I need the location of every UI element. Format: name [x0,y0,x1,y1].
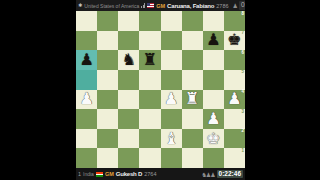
square-e1[interactable] [161,148,182,168]
square-g5[interactable] [203,70,224,90]
board-number: 1 [78,171,81,177]
square-g3[interactable]: ♟ [203,109,224,129]
bottom-player-bar: 1 India GM Gukesh D 2764 ♞♟♟ 0:22:46 [76,168,245,180]
square-e4[interactable]: ♟ [161,90,182,110]
rank-label: 2 [241,129,244,134]
square-e5[interactable] [161,70,182,90]
square-h8[interactable]: 8 [224,11,245,31]
square-a6[interactable]: ♟ [76,50,97,70]
square-c3[interactable] [118,109,139,129]
square-c4[interactable] [118,90,139,110]
bottom-material-icons: ♞♟♟ [201,171,214,178]
white-pawn: ♟ [227,91,241,107]
square-g1[interactable] [203,148,224,168]
square-d7[interactable] [139,31,160,51]
black-pawn: ♟ [79,52,93,68]
rank-label: 7 [241,31,244,36]
square-b6[interactable] [97,50,118,70]
square-h7[interactable]: ♚7 [224,31,245,51]
square-a5[interactable] [76,70,97,90]
rank-label: 1 [241,149,244,154]
white-king: ♚ [206,130,220,146]
square-b4[interactable] [97,90,118,110]
bottom-title-badge: GM [105,171,114,177]
white-rook: ♜ [185,91,199,107]
square-e6[interactable] [161,50,182,70]
square-h1[interactable]: 1 [224,148,245,168]
top-player-bar: ✱ United States of America GM Caruana, F… [76,0,245,11]
top-federation-label: United States of America [84,3,139,9]
square-e8[interactable] [161,11,182,31]
bottom-clock: 0:22:46 [217,170,243,179]
square-c1[interactable] [118,148,139,168]
rank-label: 6 [241,51,244,56]
top-clock: 0:30:06 [239,1,245,10]
top-material-icons: ♟ [233,2,237,9]
square-f6[interactable] [182,50,203,70]
square-a7[interactable] [76,31,97,51]
bottom-federation-label: India [83,171,94,177]
black-knight: ♞ [122,52,136,68]
broadcast-stage: ✱ United States of America GM Caruana, F… [0,0,320,180]
square-h3[interactable]: 3 [224,109,245,129]
chess-board[interactable]: 8♟♚7♟♞♜65♟♟♜♟4♟3♝♚21 [76,11,245,168]
square-f5[interactable] [182,70,203,90]
square-g7[interactable]: ♟ [203,31,224,51]
white-pawn: ♟ [206,110,220,126]
square-b5[interactable] [97,70,118,90]
square-b3[interactable] [97,109,118,129]
square-d2[interactable] [139,129,160,149]
square-b7[interactable] [97,31,118,51]
square-e7[interactable] [161,31,182,51]
broadcast-icon: ✱ [78,3,82,8]
rank-label: 4 [241,90,244,95]
square-c7[interactable] [118,31,139,51]
square-d4[interactable] [139,90,160,110]
square-g6[interactable] [203,50,224,70]
us-flag-icon [147,3,154,8]
top-player-name: Caruana, Fabiano [167,3,214,9]
square-h5[interactable]: 5 [224,70,245,90]
square-g4[interactable] [203,90,224,110]
white-pawn: ♟ [79,91,93,107]
square-h4[interactable]: ♟4 [224,90,245,110]
rank-label: 5 [241,70,244,75]
right-letterbox [245,0,320,180]
white-pawn: ♟ [164,91,178,107]
black-pawn: ♟ [206,32,220,48]
rank-label: 3 [241,110,244,115]
square-h2[interactable]: 2 [224,129,245,149]
square-b8[interactable] [97,11,118,31]
square-f8[interactable] [182,11,203,31]
square-a8[interactable] [76,11,97,31]
square-f7[interactable] [182,31,203,51]
square-f4[interactable]: ♜ [182,90,203,110]
square-h6[interactable]: 6 [224,50,245,70]
square-d6[interactable]: ♜ [139,50,160,70]
square-e2[interactable]: ♝ [161,129,182,149]
bottom-player-name: Gukesh D [116,171,142,177]
top-player-rating: 2786 [216,3,228,9]
black-king: ♚ [227,32,241,48]
square-g2[interactable]: ♚ [203,129,224,149]
square-f1[interactable] [182,148,203,168]
square-a1[interactable] [76,148,97,168]
square-b1[interactable] [97,148,118,168]
bottom-player-rating: 2764 [144,171,156,177]
square-d5[interactable] [139,70,160,90]
left-letterbox [0,0,76,180]
square-d1[interactable] [139,148,160,168]
square-a4[interactable]: ♟ [76,90,97,110]
square-e3[interactable] [161,109,182,129]
square-b2[interactable] [97,129,118,149]
square-a3[interactable] [76,109,97,129]
black-rook: ♜ [143,52,157,68]
square-a2[interactable] [76,129,97,149]
square-c5[interactable] [118,70,139,90]
india-flag-icon [96,172,103,177]
rank-label: 8 [241,12,244,17]
square-g8[interactable] [203,11,224,31]
square-c2[interactable] [118,129,139,149]
square-c8[interactable] [118,11,139,31]
square-d8[interactable] [139,11,160,31]
square-d3[interactable] [139,109,160,129]
signal-icon [141,3,145,8]
top-title-badge: GM [156,3,165,9]
square-f2[interactable] [182,129,203,149]
square-f3[interactable] [182,109,203,129]
square-c6[interactable]: ♞ [118,50,139,70]
white-bishop: ♝ [164,130,178,146]
